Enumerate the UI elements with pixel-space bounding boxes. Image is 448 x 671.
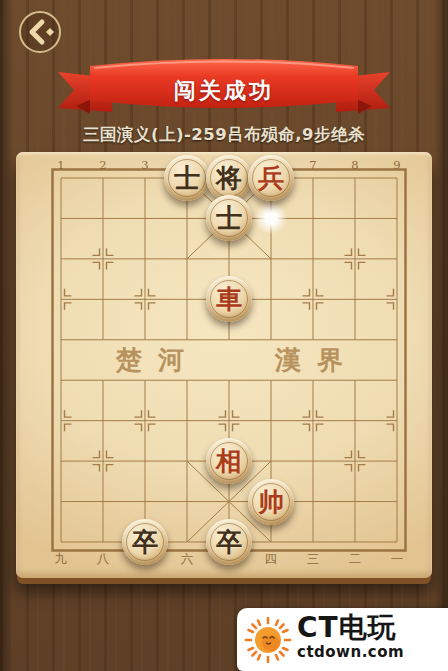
- piece-red[interactable]: 帅: [248, 479, 294, 525]
- top-col-label: 2: [91, 158, 115, 172]
- bottom-col-label: 六: [175, 551, 199, 568]
- watermark-domain: ctdown.com: [297, 645, 404, 660]
- sun-logo-icon: [243, 615, 293, 665]
- bottom-col-label: 一: [385, 551, 409, 568]
- xiangqi-board[interactable]: 123456789九八七六五四三二一楚河漢界士将兵士車相帅卒卒: [16, 152, 432, 578]
- river-label-left: 楚河: [80, 340, 220, 380]
- piece-red[interactable]: 相: [206, 438, 252, 484]
- piece-red[interactable]: 兵: [248, 155, 294, 201]
- bottom-col-label: 四: [259, 551, 283, 568]
- back-button[interactable]: [18, 10, 62, 54]
- bottom-col-label: 八: [91, 551, 115, 568]
- top-col-label: 8: [343, 158, 367, 172]
- bottom-col-label: 三: [301, 551, 325, 568]
- game-screen: 闯关成功 三国演义(上)-259吕布殒命,9步绝杀 123456789九八七六五…: [0, 0, 448, 671]
- piece-red[interactable]: 車: [206, 276, 252, 322]
- bottom-col-label: 九: [49, 551, 73, 568]
- watermark: CT电玩 ctdown.com: [237, 608, 448, 671]
- top-col-label: 7: [301, 158, 325, 172]
- piece-black[interactable]: 卒: [206, 519, 252, 565]
- banner-text: 闯关成功: [54, 76, 394, 106]
- bottom-col-label: 二: [343, 551, 367, 568]
- back-arrow-icon: [18, 10, 62, 54]
- top-col-label: 1: [49, 158, 73, 172]
- success-ribbon: 闯关成功: [54, 54, 394, 122]
- top-col-label: 3: [133, 158, 157, 172]
- piece-black[interactable]: 将: [206, 155, 252, 201]
- watermark-title: CT电玩: [297, 614, 404, 642]
- river-label-right: 漢界: [239, 340, 379, 380]
- piece-black[interactable]: 士: [164, 155, 210, 201]
- level-caption: 三国演义(上)-259吕布殒命,9步绝杀: [0, 124, 448, 146]
- top-col-label: 9: [385, 158, 409, 172]
- piece-black[interactable]: 卒: [122, 519, 168, 565]
